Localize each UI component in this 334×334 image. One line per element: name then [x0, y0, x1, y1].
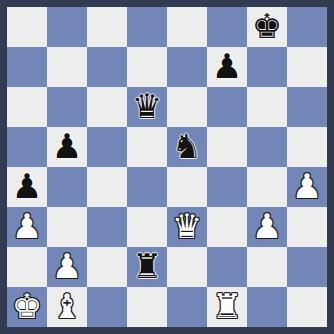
square-a5[interactable] — [7, 127, 47, 167]
piece-white-king[interactable]: ♚ — [12, 287, 42, 326]
piece-white-pawn[interactable]: ♟ — [52, 247, 82, 286]
square-b7[interactable] — [47, 47, 87, 87]
piece-black-knight[interactable]: ♞ — [172, 127, 202, 166]
square-g3[interactable]: ♟ — [247, 207, 287, 247]
square-h4[interactable]: ♟ — [287, 167, 327, 207]
square-f5[interactable] — [207, 127, 247, 167]
piece-white-queen[interactable]: ♛ — [172, 207, 202, 246]
piece-white-rook[interactable]: ♜ — [212, 287, 242, 326]
square-h8[interactable] — [287, 7, 327, 47]
square-e2[interactable] — [167, 247, 207, 287]
square-g7[interactable] — [247, 47, 287, 87]
square-f7[interactable]: ♟ — [207, 47, 247, 87]
square-e5[interactable]: ♞ — [167, 127, 207, 167]
square-e8[interactable] — [167, 7, 207, 47]
square-h7[interactable] — [287, 47, 327, 87]
square-a3[interactable]: ♟ — [7, 207, 47, 247]
square-e1[interactable] — [167, 287, 207, 327]
piece-black-rook[interactable]: ♜ — [132, 247, 162, 286]
square-c1[interactable] — [87, 287, 127, 327]
piece-black-pawn[interactable]: ♟ — [12, 167, 42, 206]
square-b3[interactable] — [47, 207, 87, 247]
square-b5[interactable]: ♟ — [47, 127, 87, 167]
square-a6[interactable] — [7, 87, 47, 127]
piece-black-pawn[interactable]: ♟ — [212, 47, 242, 86]
chessboard-frame: ♚♟♛♟♞♟♟♟♛♟♟♜♚♝♜ — [0, 0, 334, 334]
square-g2[interactable] — [247, 247, 287, 287]
square-g4[interactable] — [247, 167, 287, 207]
piece-white-pawn[interactable]: ♟ — [12, 207, 42, 246]
square-c6[interactable] — [87, 87, 127, 127]
square-d7[interactable] — [127, 47, 167, 87]
piece-black-pawn[interactable]: ♟ — [52, 127, 82, 166]
square-h2[interactable] — [287, 247, 327, 287]
square-a7[interactable] — [7, 47, 47, 87]
square-h6[interactable] — [287, 87, 327, 127]
piece-black-king[interactable]: ♚ — [252, 7, 282, 46]
square-e3[interactable]: ♛ — [167, 207, 207, 247]
square-d5[interactable] — [127, 127, 167, 167]
square-b4[interactable] — [47, 167, 87, 207]
square-f2[interactable] — [207, 247, 247, 287]
piece-black-queen[interactable]: ♛ — [132, 87, 162, 126]
square-g1[interactable] — [247, 287, 287, 327]
square-a2[interactable] — [7, 247, 47, 287]
square-c2[interactable] — [87, 247, 127, 287]
square-c7[interactable] — [87, 47, 127, 87]
square-e6[interactable] — [167, 87, 207, 127]
square-c4[interactable] — [87, 167, 127, 207]
square-a8[interactable] — [7, 7, 47, 47]
square-e7[interactable] — [167, 47, 207, 87]
square-b8[interactable] — [47, 7, 87, 47]
square-b2[interactable]: ♟ — [47, 247, 87, 287]
square-b1[interactable]: ♝ — [47, 287, 87, 327]
square-f6[interactable] — [207, 87, 247, 127]
chessboard: ♚♟♛♟♞♟♟♟♛♟♟♜♚♝♜ — [7, 7, 327, 327]
square-b6[interactable] — [47, 87, 87, 127]
square-c3[interactable] — [87, 207, 127, 247]
square-f3[interactable] — [207, 207, 247, 247]
square-h3[interactable] — [287, 207, 327, 247]
square-d1[interactable] — [127, 287, 167, 327]
square-c8[interactable] — [87, 7, 127, 47]
square-e4[interactable] — [167, 167, 207, 207]
square-a4[interactable]: ♟ — [7, 167, 47, 207]
piece-white-pawn[interactable]: ♟ — [292, 167, 322, 206]
square-c5[interactable] — [87, 127, 127, 167]
square-d3[interactable] — [127, 207, 167, 247]
square-g6[interactable] — [247, 87, 287, 127]
square-d4[interactable] — [127, 167, 167, 207]
square-a1[interactable]: ♚ — [7, 287, 47, 327]
square-h5[interactable] — [287, 127, 327, 167]
square-f4[interactable] — [207, 167, 247, 207]
piece-white-pawn[interactable]: ♟ — [252, 207, 282, 246]
square-g8[interactable]: ♚ — [247, 7, 287, 47]
square-d2[interactable]: ♜ — [127, 247, 167, 287]
square-g5[interactable] — [247, 127, 287, 167]
square-f8[interactable] — [207, 7, 247, 47]
piece-white-bishop[interactable]: ♝ — [52, 287, 82, 326]
square-f1[interactable]: ♜ — [207, 287, 247, 327]
square-d6[interactable]: ♛ — [127, 87, 167, 127]
square-d8[interactable] — [127, 7, 167, 47]
square-h1[interactable] — [287, 287, 327, 327]
